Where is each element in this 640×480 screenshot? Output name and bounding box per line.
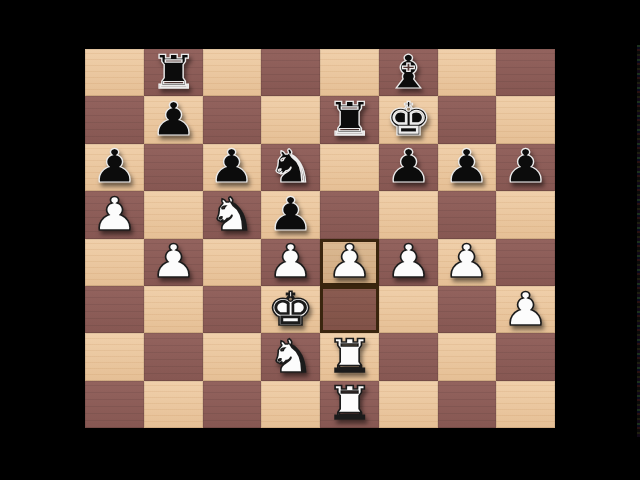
square-a6[interactable]: ♟ (85, 144, 144, 191)
square-a7[interactable] (85, 96, 144, 143)
chess-board: ♜♝♟♜♚♟♟♞♟♟♟♟♞♟♟♟♟♟♟♚♟♞♜♜ (85, 49, 555, 428)
square-c7[interactable] (203, 96, 262, 143)
square-d2[interactable]: ♞ (261, 333, 320, 380)
square-h6[interactable]: ♟ (496, 144, 555, 191)
square-f1[interactable] (379, 381, 438, 428)
black-king: ♚ (385, 96, 431, 142)
white-king: ♚ (268, 286, 314, 332)
square-a5[interactable]: ♟ (85, 191, 144, 238)
square-h8[interactable] (496, 49, 555, 96)
square-d8[interactable] (261, 49, 320, 96)
square-a1[interactable] (85, 381, 144, 428)
square-b8[interactable]: ♜ (144, 49, 203, 96)
square-g3[interactable] (438, 286, 497, 333)
white-pawn: ♟ (91, 191, 137, 237)
square-b3[interactable] (144, 286, 203, 333)
square-g6[interactable]: ♟ (438, 144, 497, 191)
black-pawn: ♟ (444, 143, 490, 189)
square-e4[interactable]: ♟ (320, 239, 379, 286)
white-knight: ♞ (209, 191, 255, 237)
square-f4[interactable]: ♟ (379, 239, 438, 286)
square-h5[interactable] (496, 191, 555, 238)
square-h7[interactable] (496, 96, 555, 143)
square-b5[interactable] (144, 191, 203, 238)
square-c4[interactable] (203, 239, 262, 286)
square-c5[interactable]: ♞ (203, 191, 262, 238)
square-e7[interactable]: ♜ (320, 96, 379, 143)
square-h1[interactable] (496, 381, 555, 428)
square-f7[interactable]: ♚ (379, 96, 438, 143)
white-rook: ♜ (326, 333, 372, 379)
square-d7[interactable] (261, 96, 320, 143)
black-rook: ♜ (150, 49, 196, 95)
square-g8[interactable] (438, 49, 497, 96)
square-e6[interactable] (320, 144, 379, 191)
square-h2[interactable] (496, 333, 555, 380)
white-pawn: ♟ (385, 238, 431, 284)
square-b4[interactable]: ♟ (144, 239, 203, 286)
white-pawn: ♟ (444, 238, 490, 284)
square-c8[interactable] (203, 49, 262, 96)
square-g7[interactable] (438, 96, 497, 143)
square-c3[interactable] (203, 286, 262, 333)
square-f2[interactable] (379, 333, 438, 380)
square-a3[interactable] (85, 286, 144, 333)
square-c6[interactable]: ♟ (203, 144, 262, 191)
square-e8[interactable] (320, 49, 379, 96)
black-knight: ♞ (268, 143, 314, 189)
square-g5[interactable] (438, 191, 497, 238)
black-pawn: ♟ (268, 191, 314, 237)
square-b2[interactable] (144, 333, 203, 380)
black-pawn: ♟ (503, 143, 549, 189)
square-f3[interactable] (379, 286, 438, 333)
square-b1[interactable] (144, 381, 203, 428)
white-pawn: ♟ (150, 238, 196, 284)
square-h4[interactable] (496, 239, 555, 286)
square-g1[interactable] (438, 381, 497, 428)
black-pawn: ♟ (385, 143, 431, 189)
square-a4[interactable] (85, 239, 144, 286)
square-f8[interactable]: ♝ (379, 49, 438, 96)
square-e1[interactable]: ♜ (320, 381, 379, 428)
square-d5[interactable]: ♟ (261, 191, 320, 238)
black-bishop: ♝ (385, 49, 431, 95)
square-g4[interactable]: ♟ (438, 239, 497, 286)
white-knight: ♞ (268, 333, 314, 379)
square-e3[interactable] (320, 286, 379, 333)
square-h3[interactable]: ♟ (496, 286, 555, 333)
square-g2[interactable] (438, 333, 497, 380)
white-pawn: ♟ (503, 286, 549, 332)
square-d4[interactable]: ♟ (261, 239, 320, 286)
square-e5[interactable] (320, 191, 379, 238)
white-rook: ♜ (326, 380, 372, 426)
black-pawn: ♟ (150, 96, 196, 142)
square-e2[interactable]: ♜ (320, 333, 379, 380)
square-d3[interactable]: ♚ (261, 286, 320, 333)
black-rook: ♜ (326, 96, 372, 142)
black-pawn: ♟ (209, 143, 255, 189)
black-pawn: ♟ (91, 143, 137, 189)
square-a2[interactable] (85, 333, 144, 380)
square-f5[interactable] (379, 191, 438, 238)
square-d6[interactable]: ♞ (261, 144, 320, 191)
white-pawn: ♟ (326, 238, 372, 284)
square-c1[interactable] (203, 381, 262, 428)
square-d1[interactable] (261, 381, 320, 428)
white-pawn: ♟ (268, 238, 314, 284)
video-letterbox: ♜♝♟♜♚♟♟♞♟♟♟♟♞♟♟♟♟♟♟♚♟♞♜♜ (0, 0, 640, 480)
square-b6[interactable] (144, 144, 203, 191)
square-b7[interactable]: ♟ (144, 96, 203, 143)
square-c2[interactable] (203, 333, 262, 380)
square-a8[interactable] (85, 49, 144, 96)
square-f6[interactable]: ♟ (379, 144, 438, 191)
